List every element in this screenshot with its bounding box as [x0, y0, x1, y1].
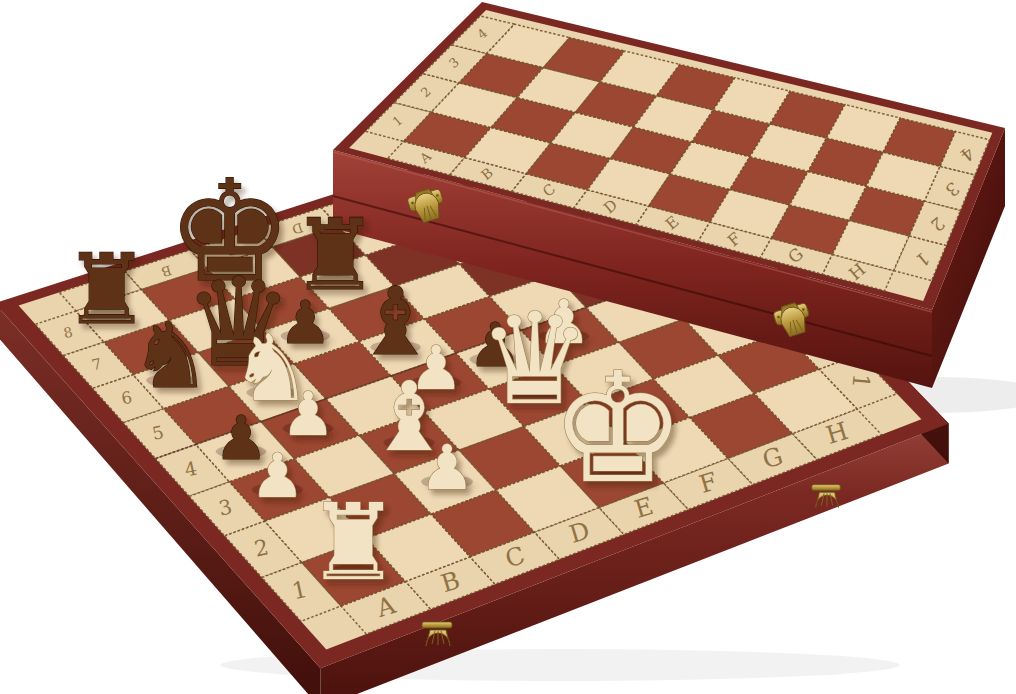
right-rank-label-1: 1: [847, 373, 875, 390]
chess-set-photo: AABBCCDDEEFFGGHH1122334455667788 ABCDEFG…: [0, 0, 1016, 694]
piece-white-rook-a1: ♜: [306, 481, 400, 604]
piece-white-king-e1: ♚: [550, 340, 686, 517]
piece-black-knight-a6: ♞: [130, 303, 211, 408]
piece-white-pawn-c2: ♟: [419, 431, 475, 504]
product-photo-scene: AABBCCDDEEFFGGHH1122334455667788 ABCDEFG…: [0, 0, 1016, 694]
piece-white-pawn-a3: ♟: [250, 440, 305, 511]
